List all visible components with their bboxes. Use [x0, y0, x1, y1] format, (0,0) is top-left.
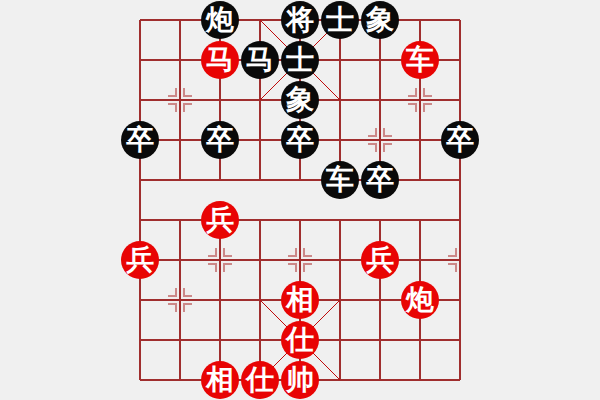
piece-glyph: 将	[286, 1, 314, 39]
piece-glyph: 炮	[206, 1, 234, 39]
piece-black-soldier[interactable]: 卒	[121, 121, 159, 159]
piece-glyph: 车	[406, 41, 434, 79]
piece-red-soldier[interactable]: 兵	[201, 201, 239, 239]
piece-red-advisor[interactable]: 仕	[281, 321, 319, 359]
piece-glyph: 相	[286, 281, 314, 319]
piece-red-soldier[interactable]: 兵	[121, 241, 159, 279]
piece-black-soldier[interactable]: 卒	[201, 121, 239, 159]
piece-glyph: 卒	[206, 121, 234, 159]
xiangqi-board: 炮将士象马马士车象卒卒卒卒车卒兵兵兵相炮仕相仕帅	[0, 0, 600, 400]
piece-glyph: 卒	[446, 121, 474, 159]
piece-glyph: 仕	[246, 361, 274, 399]
piece-glyph: 马	[246, 41, 274, 79]
board-pieces-layer[interactable]: 炮将士象马马士车象卒卒卒卒车卒兵兵兵相炮仕相仕帅	[120, 0, 480, 400]
piece-glyph: 卒	[126, 121, 154, 159]
piece-black-elephant[interactable]: 象	[361, 1, 399, 39]
piece-black-soldier[interactable]: 卒	[281, 121, 319, 159]
piece-glyph: 兵	[206, 201, 234, 239]
piece-glyph: 车	[326, 161, 354, 199]
piece-glyph: 兵	[126, 241, 154, 279]
piece-red-soldier[interactable]: 兵	[361, 241, 399, 279]
piece-black-advisor[interactable]: 士	[321, 1, 359, 39]
piece-glyph: 炮	[406, 281, 434, 319]
piece-red-general[interactable]: 帅	[281, 361, 319, 399]
piece-black-elephant[interactable]: 象	[281, 81, 319, 119]
piece-black-soldier[interactable]: 卒	[441, 121, 479, 159]
piece-glyph: 卒	[286, 121, 314, 159]
piece-glyph: 兵	[366, 241, 394, 279]
piece-red-elephant[interactable]: 相	[201, 361, 239, 399]
piece-glyph: 马	[206, 41, 234, 79]
piece-glyph: 士	[326, 1, 354, 39]
piece-glyph: 相	[206, 361, 234, 399]
piece-red-elephant[interactable]: 相	[281, 281, 319, 319]
piece-black-general[interactable]: 将	[281, 1, 319, 39]
piece-black-horse[interactable]: 马	[241, 41, 279, 79]
piece-glyph: 帅	[286, 361, 314, 399]
piece-black-cannon[interactable]: 炮	[201, 1, 239, 39]
piece-red-cannon[interactable]: 炮	[401, 281, 439, 319]
piece-red-horse[interactable]: 马	[201, 41, 239, 79]
piece-black-soldier[interactable]: 卒	[361, 161, 399, 199]
piece-glyph: 象	[286, 81, 314, 119]
piece-glyph: 仕	[286, 321, 314, 359]
piece-red-chariot[interactable]: 车	[401, 41, 439, 79]
piece-red-advisor[interactable]: 仕	[241, 361, 279, 399]
piece-glyph: 卒	[366, 161, 394, 199]
piece-glyph: 象	[366, 1, 394, 39]
piece-black-chariot[interactable]: 车	[321, 161, 359, 199]
piece-glyph: 士	[286, 41, 314, 79]
piece-black-advisor[interactable]: 士	[281, 41, 319, 79]
